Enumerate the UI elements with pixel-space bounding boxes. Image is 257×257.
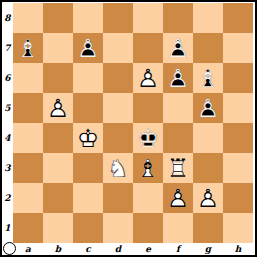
- square-d4[interactable]: [103, 123, 133, 153]
- square-e3[interactable]: ♝♗: [133, 153, 163, 183]
- square-g8[interactable]: [193, 3, 223, 33]
- file-label-f: f: [163, 243, 193, 255]
- square-b1[interactable]: [43, 213, 73, 243]
- square-d6[interactable]: [103, 63, 133, 93]
- square-f2[interactable]: ♟♙: [163, 183, 193, 213]
- piece-glyph-outline: ♖: [163, 153, 193, 183]
- square-h3[interactable]: [223, 153, 253, 183]
- white-to-move-indicator: [3, 242, 16, 255]
- white-bishop-piece[interactable]: ♝♗: [133, 153, 163, 183]
- white-pawn-piece[interactable]: ♟♙: [43, 93, 73, 123]
- file-labels: abcdefgh: [13, 243, 253, 255]
- file-label-g: g: [193, 243, 223, 255]
- diagram-panel: ♝♗♟♙♟♙♟♙♟♙♝♗♟♙♟♙♚♔♚♔♞♘♝♗♜♖♟♙♟♙ 87654321 …: [2, 2, 255, 255]
- square-b5[interactable]: ♟♙: [43, 93, 73, 123]
- file-label-d: d: [103, 243, 133, 255]
- square-f8[interactable]: [163, 3, 193, 33]
- rank-label-5: 5: [2, 93, 13, 123]
- piece-glyph-outline: ♘: [103, 153, 133, 183]
- black-pawn-piece[interactable]: ♟♙: [163, 63, 193, 93]
- square-h7[interactable]: [223, 33, 253, 63]
- piece-glyph-outline: ♙: [193, 93, 223, 123]
- square-g1[interactable]: [193, 213, 223, 243]
- piece-glyph-outline: ♙: [163, 183, 193, 213]
- square-a1[interactable]: [13, 213, 43, 243]
- square-f3[interactable]: ♜♖: [163, 153, 193, 183]
- black-bishop-piece[interactable]: ♝♗: [13, 33, 43, 63]
- rank-label-8: 8: [2, 3, 13, 33]
- rank-label-3: 3: [2, 153, 13, 183]
- piece-glyph-outline: ♔: [133, 123, 163, 153]
- square-g6[interactable]: ♝♗: [193, 63, 223, 93]
- square-c8[interactable]: [73, 3, 103, 33]
- square-e4[interactable]: ♚♔: [133, 123, 163, 153]
- piece-glyph-outline: ♗: [193, 63, 223, 93]
- square-c1[interactable]: [73, 213, 103, 243]
- square-a8[interactable]: [13, 3, 43, 33]
- square-g4[interactable]: [193, 123, 223, 153]
- piece-glyph-outline: ♙: [73, 33, 103, 63]
- square-f1[interactable]: [163, 213, 193, 243]
- square-a7[interactable]: ♝♗: [13, 33, 43, 63]
- square-a6[interactable]: [13, 63, 43, 93]
- black-bishop-piece[interactable]: ♝♗: [193, 63, 223, 93]
- file-label-e: e: [133, 243, 163, 255]
- square-d7[interactable]: [103, 33, 133, 63]
- square-a2[interactable]: [13, 183, 43, 213]
- square-h1[interactable]: [223, 213, 253, 243]
- square-c6[interactable]: [73, 63, 103, 93]
- square-h8[interactable]: [223, 3, 253, 33]
- square-a4[interactable]: [13, 123, 43, 153]
- piece-glyph-outline: ♙: [43, 93, 73, 123]
- black-king-piece[interactable]: ♚♔: [133, 123, 163, 153]
- white-pawn-piece[interactable]: ♟♙: [133, 63, 163, 93]
- square-b4[interactable]: [43, 123, 73, 153]
- rank-labels: 87654321: [2, 3, 13, 243]
- file-label-c: c: [73, 243, 103, 255]
- piece-glyph-outline: ♙: [133, 63, 163, 93]
- piece-glyph-outline: ♙: [163, 33, 193, 63]
- square-f6[interactable]: ♟♙: [163, 63, 193, 93]
- square-e6[interactable]: ♟♙: [133, 63, 163, 93]
- file-label-h: h: [223, 243, 253, 255]
- black-pawn-piece[interactable]: ♟♙: [193, 93, 223, 123]
- square-c3[interactable]: [73, 153, 103, 183]
- square-b7[interactable]: [43, 33, 73, 63]
- white-pawn-piece[interactable]: ♟♙: [193, 183, 223, 213]
- rank-label-4: 4: [2, 123, 13, 153]
- square-h5[interactable]: [223, 93, 253, 123]
- square-g5[interactable]: ♟♙: [193, 93, 223, 123]
- rank-label-7: 7: [2, 33, 13, 63]
- square-a5[interactable]: [13, 93, 43, 123]
- square-d2[interactable]: [103, 183, 133, 213]
- square-b3[interactable]: [43, 153, 73, 183]
- square-d8[interactable]: [103, 3, 133, 33]
- white-king-piece[interactable]: ♚♔: [73, 123, 103, 153]
- square-d1[interactable]: [103, 213, 133, 243]
- square-f7[interactable]: ♟♙: [163, 33, 193, 63]
- square-f4[interactable]: [163, 123, 193, 153]
- square-e1[interactable]: [133, 213, 163, 243]
- square-d3[interactable]: ♞♘: [103, 153, 133, 183]
- square-e8[interactable]: [133, 3, 163, 33]
- square-h2[interactable]: [223, 183, 253, 213]
- piece-glyph-outline: ♗: [133, 153, 163, 183]
- black-pawn-piece[interactable]: ♟♙: [73, 33, 103, 63]
- square-h6[interactable]: [223, 63, 253, 93]
- file-label-b: b: [43, 243, 73, 255]
- square-f5[interactable]: [163, 93, 193, 123]
- black-pawn-piece[interactable]: ♟♙: [163, 33, 193, 63]
- piece-glyph-outline: ♗: [13, 33, 43, 63]
- white-pawn-piece[interactable]: ♟♙: [163, 183, 193, 213]
- chess-board: ♝♗♟♙♟♙♟♙♟♙♝♗♟♙♟♙♚♔♚♔♞♘♝♗♜♖♟♙♟♙: [13, 3, 253, 243]
- piece-glyph-outline: ♙: [193, 183, 223, 213]
- square-a3[interactable]: [13, 153, 43, 183]
- piece-glyph-outline: ♙: [163, 63, 193, 93]
- square-c2[interactable]: [73, 183, 103, 213]
- rank-label-6: 6: [2, 63, 13, 93]
- square-g7[interactable]: [193, 33, 223, 63]
- file-label-a: a: [13, 243, 43, 255]
- square-b2[interactable]: [43, 183, 73, 213]
- white-knight-piece[interactable]: ♞♘: [103, 153, 133, 183]
- square-h4[interactable]: [223, 123, 253, 153]
- square-b6[interactable]: [43, 63, 73, 93]
- piece-glyph-outline: ♔: [73, 123, 103, 153]
- white-rook-piece[interactable]: ♜♖: [163, 153, 193, 183]
- square-e7[interactable]: [133, 33, 163, 63]
- rank-label-1: 1: [2, 213, 13, 243]
- square-e2[interactable]: [133, 183, 163, 213]
- rank-label-2: 2: [2, 183, 13, 213]
- square-c5[interactable]: [73, 93, 103, 123]
- square-e5[interactable]: [133, 93, 163, 123]
- square-c7[interactable]: ♟♙: [73, 33, 103, 63]
- square-b8[interactable]: [43, 3, 73, 33]
- square-d5[interactable]: [103, 93, 133, 123]
- square-g2[interactable]: ♟♙: [193, 183, 223, 213]
- square-g3[interactable]: [193, 153, 223, 183]
- chess-diagram: ♝♗♟♙♟♙♟♙♟♙♝♗♟♙♟♙♚♔♚♔♞♘♝♗♜♖♟♙♟♙ 87654321 …: [0, 0, 257, 257]
- square-c4[interactable]: ♚♔: [73, 123, 103, 153]
